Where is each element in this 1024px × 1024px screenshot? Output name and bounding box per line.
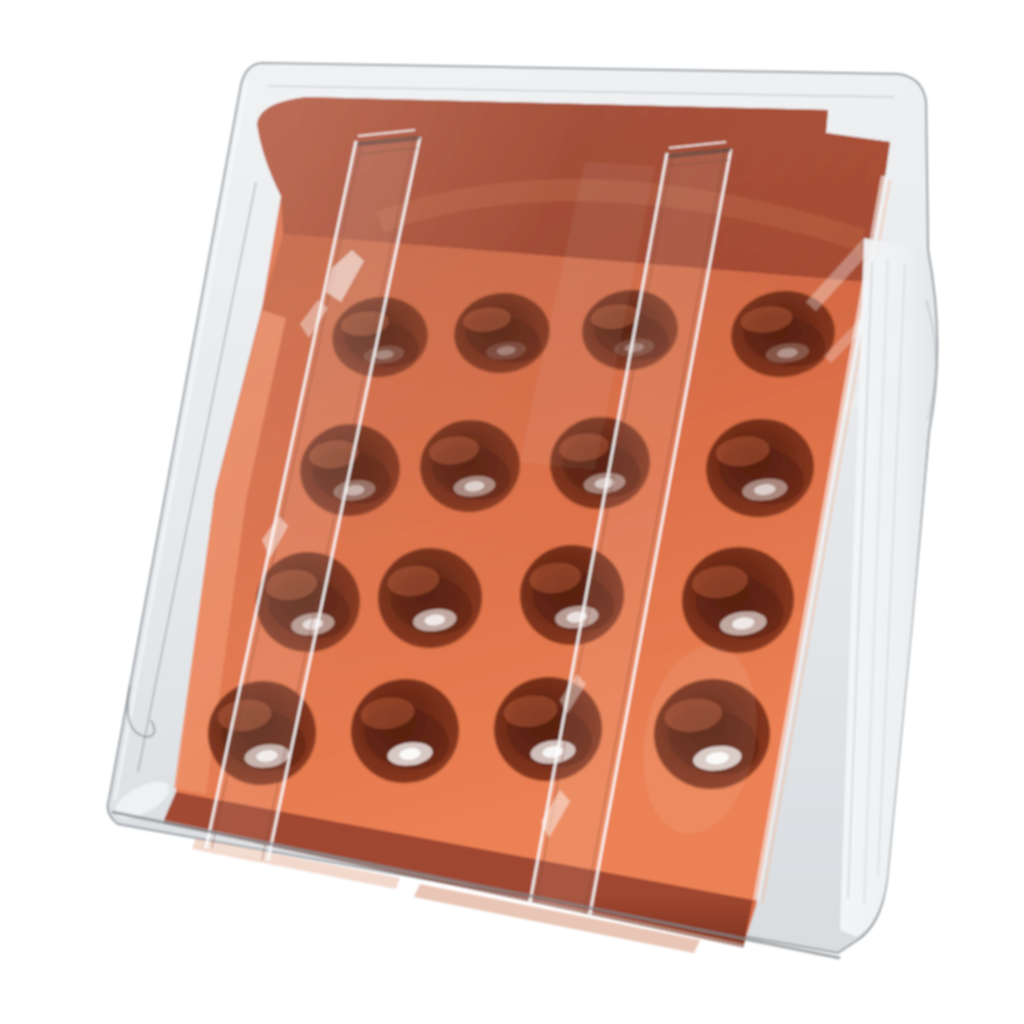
product-photo <box>0 0 1024 1024</box>
plastic-veil <box>108 63 938 953</box>
photo-stage <box>0 0 1024 1024</box>
